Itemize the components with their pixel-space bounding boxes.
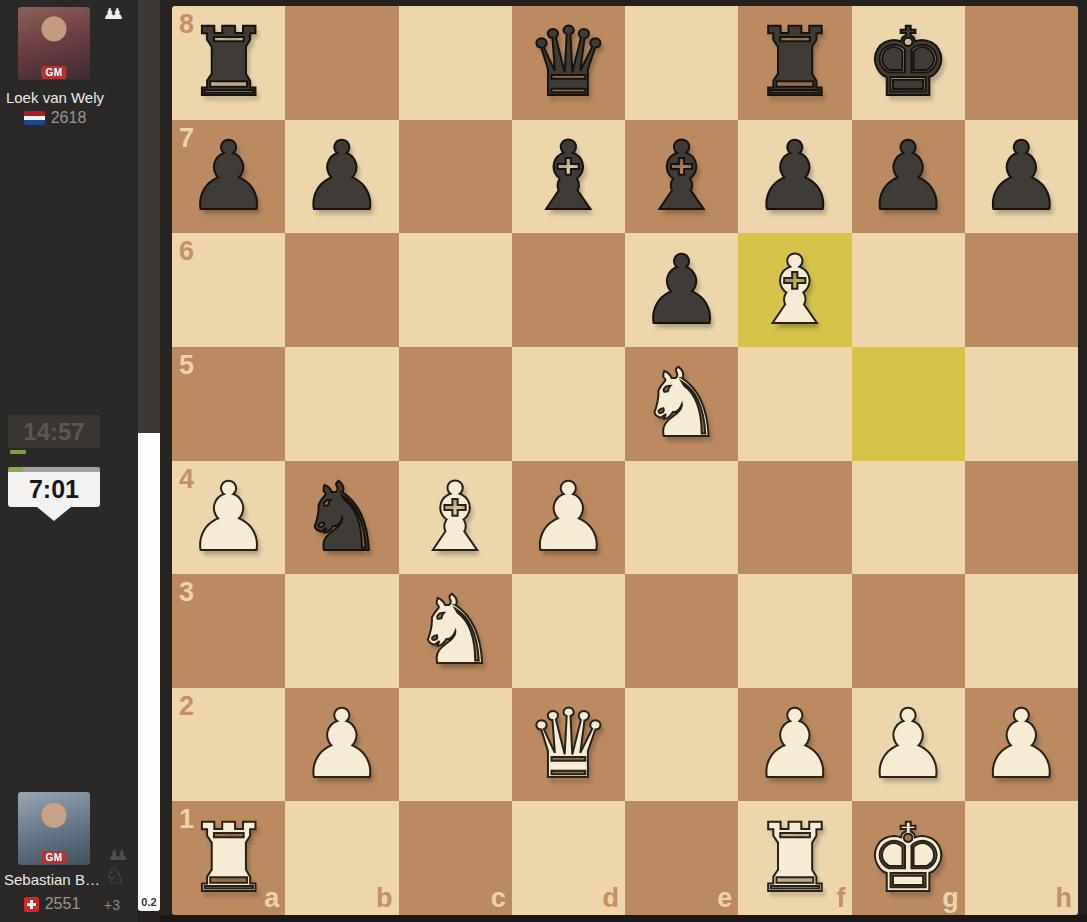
chess-board[interactable]: 8♜♛♜♚7♟♟♝♝♟♟♟6♟♝5♞4♟♞♝♟3♞2♟♛♟♟♟1a♜bcdef♜…: [172, 6, 1078, 915]
captured-pawns-icon: ♟♟: [108, 847, 123, 863]
square-h3[interactable]: [965, 574, 1078, 688]
piece-white-pawn[interactable]: ♟: [285, 688, 398, 802]
evaluation-bar-white-part: 0.2: [138, 433, 160, 911]
piece-black-rook[interactable]: ♜: [738, 6, 851, 120]
square-f2[interactable]: ♟: [738, 688, 851, 802]
square-c1[interactable]: c: [399, 801, 512, 915]
piece-white-pawn[interactable]: ♟: [965, 688, 1078, 802]
rank-label-2: 2: [179, 693, 194, 720]
square-d4[interactable]: ♟: [512, 461, 625, 575]
clock-top-progress: [10, 450, 26, 454]
square-a5[interactable]: 5: [172, 347, 285, 461]
square-c7[interactable]: [399, 120, 512, 234]
piece-white-pawn[interactable]: ♟: [512, 461, 625, 575]
board-left-gap: [160, 0, 172, 922]
square-c8[interactable]: [399, 6, 512, 120]
gm-badge-top: GM: [41, 66, 66, 79]
square-g4[interactable]: [852, 461, 965, 575]
square-h2[interactable]: ♟: [965, 688, 1078, 802]
rating-row-top: 2618: [0, 109, 110, 127]
square-a7[interactable]: 7♟: [172, 120, 285, 234]
rank-label-3: 3: [179, 579, 194, 606]
rank-label-6: 6: [179, 238, 194, 265]
rating-row-bottom: 2551: [0, 895, 104, 913]
evaluation-value: 0.2: [138, 896, 160, 908]
file-label-d: d: [603, 885, 620, 912]
square-a3[interactable]: 3: [172, 574, 285, 688]
board-bottom-edge: [160, 915, 1087, 922]
piece-black-pawn[interactable]: ♟: [738, 120, 851, 234]
piece-black-pawn[interactable]: ♟: [285, 120, 398, 234]
square-g1[interactable]: g♚: [852, 801, 965, 915]
chess-broadcast-app: ♟♟ GM Loek van Wely 2618 14:57 7:01 GM ♟…: [0, 0, 1087, 922]
piece-black-king[interactable]: ♚: [852, 6, 965, 120]
rank-label-5: 5: [179, 352, 194, 379]
square-d5[interactable]: [512, 347, 625, 461]
switzerland-flag-icon: [24, 897, 39, 912]
square-e4[interactable]: [625, 461, 738, 575]
square-g2[interactable]: ♟: [852, 688, 965, 802]
square-d3[interactable]: [512, 574, 625, 688]
square-c2[interactable]: [399, 688, 512, 802]
square-b6[interactable]: [285, 233, 398, 347]
square-f6[interactable]: ♝: [738, 233, 851, 347]
piece-black-knight[interactable]: ♞: [285, 461, 398, 575]
piece-white-queen[interactable]: ♛: [512, 688, 625, 802]
square-e1[interactable]: e: [625, 801, 738, 915]
square-b2[interactable]: ♟: [285, 688, 398, 802]
piece-black-pawn[interactable]: ♟: [625, 233, 738, 347]
piece-white-pawn[interactable]: ♟: [738, 688, 851, 802]
square-g5[interactable]: [852, 347, 965, 461]
square-f3[interactable]: [738, 574, 851, 688]
file-label-h: h: [1056, 885, 1073, 912]
square-d2[interactable]: ♛: [512, 688, 625, 802]
player-name-bottom: Sebastian Bog…: [4, 871, 106, 888]
square-b5[interactable]: [285, 347, 398, 461]
piece-black-rook[interactable]: ♜: [172, 6, 285, 120]
square-b4[interactable]: ♞: [285, 461, 398, 575]
piece-white-bishop[interactable]: ♝: [399, 461, 512, 575]
player-name-top: Loek van Wely: [0, 89, 110, 106]
piece-white-rook[interactable]: ♜: [738, 801, 851, 915]
piece-black-bishop[interactable]: ♝: [512, 120, 625, 234]
square-f7[interactable]: ♟: [738, 120, 851, 234]
piece-white-knight[interactable]: ♞: [399, 574, 512, 688]
piece-black-bishop[interactable]: ♝: [625, 120, 738, 234]
active-clock-pointer: [37, 507, 71, 521]
square-b3[interactable]: [285, 574, 398, 688]
square-a1[interactable]: 1a♜: [172, 801, 285, 915]
square-f4[interactable]: [738, 461, 851, 575]
sidebar: ♟♟ GM Loek van Wely 2618 14:57 7:01 GM ♟…: [0, 0, 138, 922]
piece-black-pawn[interactable]: ♟: [852, 120, 965, 234]
square-b8[interactable]: [285, 6, 398, 120]
square-h6[interactable]: [965, 233, 1078, 347]
piece-white-king[interactable]: ♚: [852, 801, 965, 915]
square-d1[interactable]: d: [512, 801, 625, 915]
avatar-bottom-player: GM: [18, 792, 90, 865]
captured-knight-icon: ♘: [105, 863, 125, 888]
piece-white-bishop[interactable]: ♝: [738, 233, 851, 347]
square-a6[interactable]: 6: [172, 233, 285, 347]
square-c4[interactable]: ♝: [399, 461, 512, 575]
square-d6[interactable]: [512, 233, 625, 347]
file-label-b: b: [376, 885, 393, 912]
file-label-e: e: [717, 885, 732, 912]
square-h7[interactable]: ♟: [965, 120, 1078, 234]
evaluation-bar-black-part: [138, 0, 160, 433]
square-g7[interactable]: ♟: [852, 120, 965, 234]
clock-bottom-player: 7:01: [8, 472, 100, 507]
piece-black-pawn[interactable]: ♟: [172, 120, 285, 234]
square-e7[interactable]: ♝: [625, 120, 738, 234]
square-e6[interactable]: ♟: [625, 233, 738, 347]
square-f1[interactable]: f♜: [738, 801, 851, 915]
rating-top: 2618: [51, 109, 87, 127]
evaluation-bar: 0.2: [138, 0, 160, 922]
square-g3[interactable]: [852, 574, 965, 688]
square-e8[interactable]: [625, 6, 738, 120]
file-label-c: c: [491, 885, 506, 912]
square-e2[interactable]: [625, 688, 738, 802]
players-pair-icon: ♟♟: [103, 5, 118, 23]
piece-black-pawn[interactable]: ♟: [965, 120, 1078, 234]
square-b7[interactable]: ♟: [285, 120, 398, 234]
square-c6[interactable]: [399, 233, 512, 347]
netherlands-flag-icon: [24, 111, 45, 125]
avatar-top-player: GM: [18, 7, 90, 80]
piece-white-knight[interactable]: ♞: [625, 347, 738, 461]
square-a2[interactable]: 2: [172, 688, 285, 802]
square-c5[interactable]: [399, 347, 512, 461]
gm-badge-bottom: GM: [41, 851, 66, 864]
square-a8[interactable]: 8♜: [172, 6, 285, 120]
clock-top-player: 14:57: [8, 415, 100, 448]
square-g6[interactable]: [852, 233, 965, 347]
square-d8[interactable]: ♛: [512, 6, 625, 120]
square-e3[interactable]: [625, 574, 738, 688]
square-f5[interactable]: [738, 347, 851, 461]
square-h8[interactable]: [965, 6, 1078, 120]
square-e5[interactable]: ♞: [625, 347, 738, 461]
square-b1[interactable]: b: [285, 801, 398, 915]
square-h5[interactable]: [965, 347, 1078, 461]
piece-white-pawn[interactable]: ♟: [172, 461, 285, 575]
piece-white-pawn[interactable]: ♟: [852, 688, 965, 802]
square-f8[interactable]: ♜: [738, 6, 851, 120]
square-d7[interactable]: ♝: [512, 120, 625, 234]
square-c3[interactable]: ♞: [399, 574, 512, 688]
square-g8[interactable]: ♚: [852, 6, 965, 120]
piece-white-rook[interactable]: ♜: [172, 801, 285, 915]
square-h1[interactable]: h: [965, 801, 1078, 915]
square-a4[interactable]: 4♟: [172, 461, 285, 575]
piece-black-queen[interactable]: ♛: [512, 6, 625, 120]
rating-bottom: 2551: [45, 895, 81, 913]
square-h4[interactable]: [965, 461, 1078, 575]
material-advantage: +3: [104, 897, 120, 913]
